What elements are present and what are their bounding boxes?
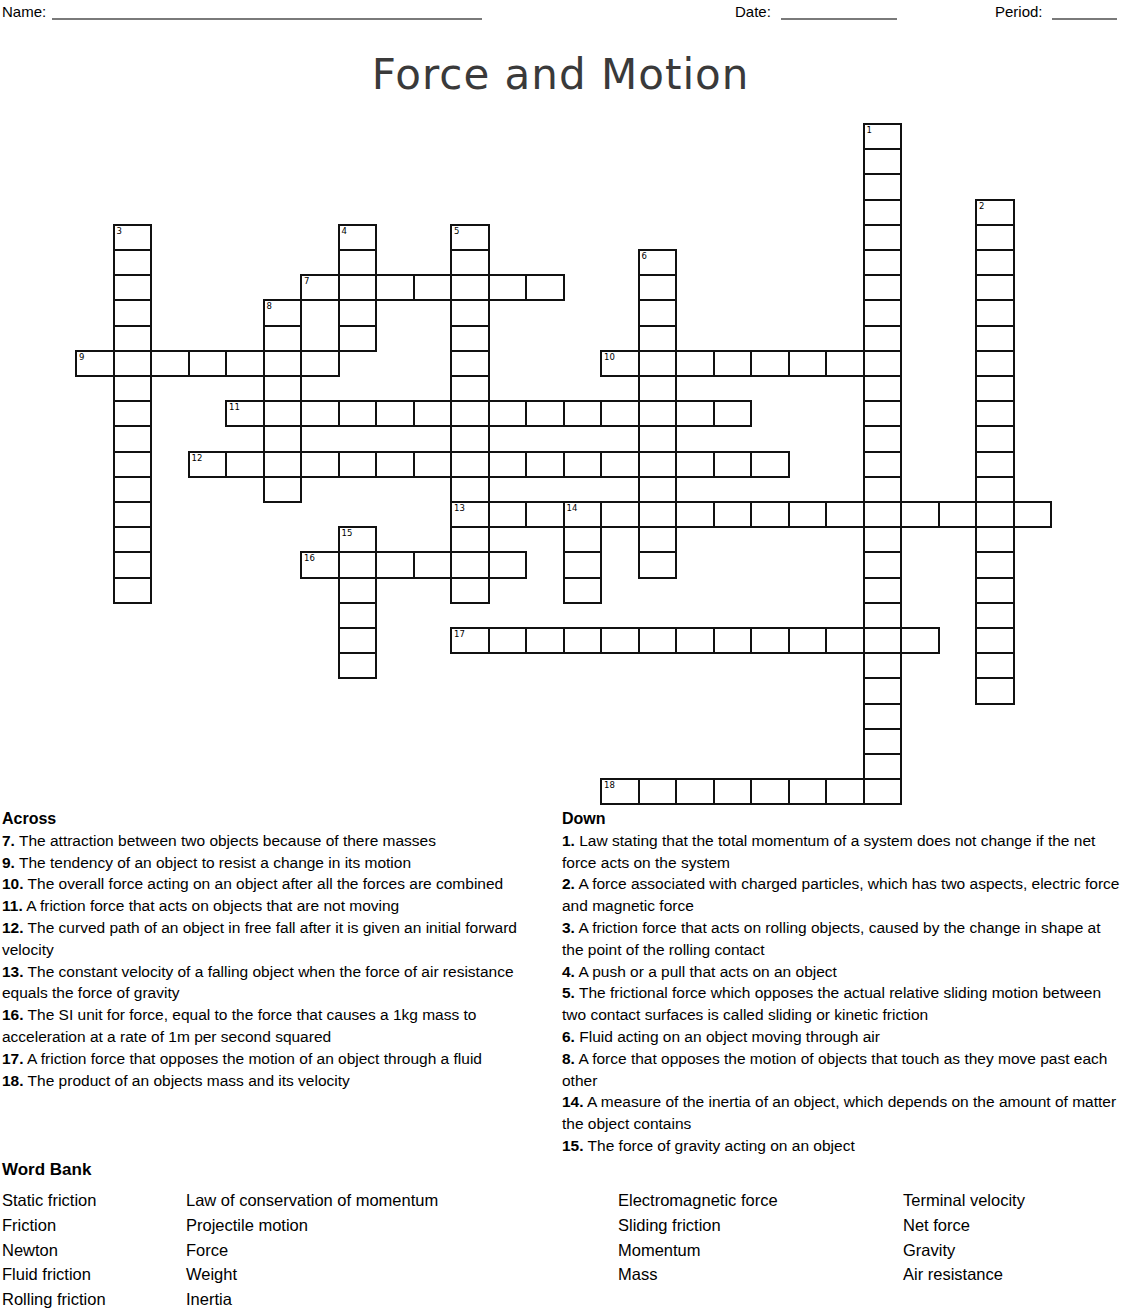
clue-across-11: 11. A friction force that acts on object… [2,895,558,917]
grid-cell[interactable] [488,400,528,427]
clue-across-10: 10. The overall force acting on an objec… [2,873,558,895]
grid-cell[interactable] [975,627,1015,654]
grid-cell[interactable] [375,451,415,478]
grid-cell[interactable] [563,627,603,654]
grid-cell[interactable] [975,425,1015,452]
grid-cell[interactable] [788,778,828,805]
grid-cell[interactable] [300,451,340,478]
grid-cell[interactable] [975,526,1015,553]
grid-cell[interactable] [413,274,453,301]
grid-cell[interactable] [863,778,903,805]
grid-cell[interactable] [600,627,640,654]
grid-cell[interactable] [750,778,790,805]
grid-cell[interactable] [863,753,903,780]
grid-cell[interactable] [638,501,678,528]
grid-cell[interactable] [450,274,490,301]
word-bank-item: Rolling friction [2,1287,106,1312]
grid-cell[interactable] [713,627,753,654]
grid-cell[interactable] [113,551,153,578]
word-bank-column-4: Terminal velocityNet forceGravityAir res… [903,1188,1025,1287]
grid-cell[interactable] [600,451,640,478]
grid-cell[interactable] [975,249,1015,276]
clue-number: 18 [604,781,615,790]
clue-number: 8. [562,1050,575,1067]
grid-cell[interactable] [338,249,378,276]
grid-cell[interactable] [413,400,453,427]
grid-cell[interactable] [113,501,153,528]
clue-number: 10 [604,353,615,362]
grid-cell[interactable] [113,451,153,478]
grid-cell[interactable]: 5 [450,224,490,251]
clue-number: 13. [2,963,24,980]
down-clue-list: 1. Law stating that the total momentum o… [562,830,1121,1157]
grid-cell[interactable] [638,400,678,427]
grid-cell[interactable] [825,778,865,805]
grid-cell[interactable] [638,325,678,352]
grid-cell[interactable] [638,476,678,503]
name-blank[interactable] [52,4,482,20]
grid-cell[interactable] [300,350,340,377]
grid-cell[interactable]: 3 [113,224,153,251]
grid-cell[interactable] [600,501,640,528]
grid-cell[interactable] [638,299,678,326]
grid-cell[interactable] [863,526,903,553]
grid-cell[interactable] [675,627,715,654]
clue-number: 9. [2,854,15,871]
clue-number: 15. [562,1137,584,1154]
grid-cell[interactable] [525,501,565,528]
grid-cell[interactable] [675,350,715,377]
grid-cell[interactable] [863,501,903,528]
grid-cell[interactable] [825,350,865,377]
grid-cell[interactable] [863,173,903,200]
word-bank-item: Fluid friction [2,1262,106,1287]
clue-number: 1. [562,832,575,849]
grid-cell[interactable] [975,602,1015,629]
grid-cell[interactable] [225,451,265,478]
clue-number: 16 [304,554,315,563]
grid-cell[interactable] [338,652,378,679]
clue-number: 14. [562,1093,584,1110]
grid-cell[interactable] [375,274,415,301]
grid-cell[interactable] [863,350,903,377]
clue-number: 10. [2,875,24,892]
grid-cell[interactable] [863,224,903,251]
clue-across-16: 16. The SI unit for force, equal to the … [2,1004,558,1048]
grid-cell[interactable] [900,501,940,528]
grid-cell[interactable] [675,400,715,427]
grid-cell[interactable]: 13 [450,501,490,528]
grid-cell[interactable] [975,224,1015,251]
grid-cell[interactable] [450,299,490,326]
grid-cell[interactable] [450,375,490,402]
clue-number: 7. [2,832,15,849]
grid-cell[interactable]: 12 [188,451,228,478]
grid-cell[interactable] [975,677,1015,704]
clue-number: 6. [562,1028,575,1045]
grid-cell[interactable]: 15 [338,526,378,553]
grid-cell[interactable] [975,501,1015,528]
word-bank-item: Terminal velocity [903,1188,1025,1213]
grid-cell[interactable]: 10 [600,350,640,377]
grid-cell[interactable] [525,451,565,478]
grid-cell[interactable] [113,299,153,326]
grid-cell[interactable] [713,400,753,427]
clue-number: 3. [562,919,575,936]
grid-cell[interactable] [225,350,265,377]
grid-cell[interactable] [113,476,153,503]
grid-cell[interactable] [450,425,490,452]
grid-cell[interactable] [338,451,378,478]
clue-down-2: 2. A force associated with charged parti… [562,873,1121,917]
word-bank-item: Inertia [186,1287,438,1312]
word-bank-item: Law of conservation of momentum [186,1188,438,1213]
clue-number: 15 [342,529,353,538]
word-bank-item: Newton [2,1238,106,1263]
grid-cell[interactable] [450,551,490,578]
date-label: Date: [735,3,771,20]
word-bank-item: Electromagnetic force [618,1188,778,1213]
period-blank[interactable] [1052,4,1117,20]
down-clues-section: Down 1. Law stating that the total momen… [562,808,1121,1157]
grid-cell[interactable] [863,577,903,604]
grid-cell[interactable] [713,350,753,377]
grid-cell[interactable] [750,501,790,528]
grid-cell[interactable] [263,325,303,352]
grid-cell[interactable] [863,677,903,704]
grid-cell[interactable] [263,375,303,402]
clue-number: 17. [2,1050,24,1067]
clue-number: 11. [2,897,23,914]
grid-cell[interactable] [113,526,153,553]
grid-cell[interactable] [975,400,1015,427]
grid-cell[interactable] [863,400,903,427]
grid-cell[interactable] [113,375,153,402]
grid-cell[interactable] [675,778,715,805]
grid-cell[interactable] [638,350,678,377]
grid-cell[interactable]: 7 [300,274,340,301]
name-label: Name: [2,3,46,20]
clue-number: 4. [562,963,575,980]
grid-cell[interactable] [113,577,153,604]
clue-number: 16. [2,1006,24,1023]
clue-down-5: 5. The frictional force which opposes th… [562,982,1121,1026]
grid-cell[interactable] [1013,501,1053,528]
clue-number: 8 [267,302,272,311]
grid-cell[interactable] [675,451,715,478]
grid-cell[interactable] [525,274,565,301]
grid-cell[interactable] [750,627,790,654]
grid-cell[interactable] [263,451,303,478]
word-bank-item: Sliding friction [618,1213,778,1238]
grid-cell[interactable] [525,627,565,654]
grid-cell[interactable] [638,274,678,301]
grid-cell[interactable] [263,476,303,503]
grid-cell[interactable] [488,274,528,301]
clue-number: 18. [2,1072,24,1089]
clue-number: 12. [2,919,24,936]
grid-cell[interactable] [188,350,228,377]
clue-number: 13 [454,504,465,513]
grid-cell[interactable] [600,400,640,427]
grid-cell[interactable] [338,274,378,301]
word-bank-column-2: Law of conservation of momentumProjectil… [186,1188,438,1312]
clue-number: 5. [562,984,575,1001]
grid-cell[interactable] [450,577,490,604]
grid-cell[interactable] [525,400,565,427]
page-title: Force and Motion [0,50,1121,99]
grid-cell[interactable] [338,577,378,604]
grid-cell[interactable] [975,551,1015,578]
grid-cell[interactable] [675,501,715,528]
across-heading: Across [2,808,558,830]
grid-cell[interactable] [338,551,378,578]
grid-cell[interactable] [900,627,940,654]
grid-cell[interactable] [488,551,528,578]
grid-cell[interactable] [863,249,903,276]
grid-cell[interactable] [563,526,603,553]
grid-cell[interactable] [713,501,753,528]
grid-cell[interactable] [638,551,678,578]
grid-cell[interactable] [638,778,678,805]
grid-cell[interactable] [863,451,903,478]
grid-cell[interactable] [450,451,490,478]
grid-cell[interactable] [450,350,490,377]
clue-down-1: 1. Law stating that the total momentum o… [562,830,1121,874]
clue-number: 14 [567,504,578,513]
clue-across-9: 9. The tendency of an object to resist a… [2,852,558,874]
grid-cell[interactable] [638,425,678,452]
word-bank-item: Force [186,1238,438,1263]
word-bank-item: Gravity [903,1238,1025,1263]
grid-cell[interactable] [863,602,903,629]
grid-cell[interactable] [263,400,303,427]
grid-cell[interactable] [113,325,153,352]
grid-cell[interactable] [975,350,1015,377]
grid-cell[interactable] [938,501,978,528]
grid-cell[interactable]: 2 [975,199,1015,226]
grid-cell[interactable] [863,476,903,503]
grid-cell[interactable] [488,627,528,654]
grid-cell[interactable] [975,476,1015,503]
grid-cell[interactable] [375,551,415,578]
clue-down-14: 14. A measure of the inertia of an objec… [562,1091,1121,1135]
grid-cell[interactable] [750,451,790,478]
grid-cell[interactable] [638,375,678,402]
grid-cell[interactable] [450,249,490,276]
grid-cell[interactable] [113,400,153,427]
clue-across-13: 13. The constant velocity of a falling o… [2,961,558,1005]
grid-cell[interactable] [638,627,678,654]
word-bank-item: Net force [903,1213,1025,1238]
grid-cell[interactable] [563,551,603,578]
grid-cell[interactable] [338,400,378,427]
clue-across-17: 17. A friction force that opposes the mo… [2,1048,558,1070]
word-bank-column-1: Static frictionFrictionNewtonFluid frict… [2,1188,106,1312]
grid-cell[interactable]: 14 [563,501,603,528]
word-bank-item: Friction [2,1213,106,1238]
grid-cell[interactable] [975,577,1015,604]
grid-cell[interactable] [713,451,753,478]
grid-cell[interactable] [788,350,828,377]
clue-number: 7 [304,277,309,286]
grid-cell[interactable] [863,728,903,755]
grid-cell[interactable] [113,274,153,301]
clue-number: 11 [229,403,240,412]
grid-cell[interactable] [488,451,528,478]
period-label: Period: [995,3,1043,20]
grid-cell[interactable]: 8 [263,299,303,326]
grid-cell[interactable] [863,299,903,326]
across-clues-section: Across 7. The attraction between two obj… [2,808,558,1091]
grid-cell[interactable] [150,350,190,377]
grid-cell[interactable] [413,451,453,478]
word-bank-item: Mass [618,1262,778,1287]
grid-cell[interactable] [638,451,678,478]
grid-cell[interactable] [788,627,828,654]
clue-down-6: 6. Fluid acting on an object moving thro… [562,1026,1121,1048]
clue-down-4: 4. A push or a pull that acts on an obje… [562,961,1121,983]
grid-cell[interactable] [450,325,490,352]
grid-cell[interactable] [863,274,903,301]
grid-cell[interactable] [113,425,153,452]
word-bank-item: Static friction [2,1188,106,1213]
grid-cell[interactable]: 18 [600,778,640,805]
grid-cell[interactable] [300,400,340,427]
grid-cell[interactable] [563,400,603,427]
grid-cell[interactable] [975,274,1015,301]
word-bank-item: Weight [186,1262,438,1287]
clue-number: 2 [979,202,984,211]
grid-cell[interactable] [413,551,453,578]
grid-cell[interactable] [863,551,903,578]
grid-cell[interactable]: 4 [338,224,378,251]
grid-cell[interactable] [263,425,303,452]
grid-cell[interactable] [563,577,603,604]
clue-number: 17 [454,630,465,639]
worksheet-page: Name: Date: Period: Force and Motion 791… [0,0,1121,1316]
grid-cell[interactable] [488,501,528,528]
grid-cell[interactable]: 6 [638,249,678,276]
word-bank-column-3: Electromagnetic forceSliding frictionMom… [618,1188,778,1287]
clue-down-3: 3. A friction force that acts on rolling… [562,917,1121,961]
clue-number: 4 [342,227,347,236]
clue-number: 6 [642,252,647,261]
grid-cell[interactable] [450,400,490,427]
grid-cell[interactable] [638,526,678,553]
grid-cell[interactable] [975,451,1015,478]
grid-cell[interactable] [563,451,603,478]
grid-cell[interactable] [450,476,490,503]
grid-cell[interactable] [975,325,1015,352]
word-bank-item: Air resistance [903,1262,1025,1287]
grid-cell[interactable]: 1 [863,123,903,150]
clue-across-18: 18. The product of an objects mass and i… [2,1070,558,1092]
down-heading: Down [562,808,1121,830]
grid-cell[interactable] [975,299,1015,326]
grid-cell[interactable]: 9 [75,350,115,377]
grid-cell[interactable] [263,350,303,377]
word-bank-heading: Word Bank [2,1160,91,1180]
across-clue-list: 7. The attraction between two objects be… [2,830,558,1092]
clue-number: 1 [867,126,872,135]
grid-cell[interactable] [450,526,490,553]
grid-cell[interactable] [825,501,865,528]
grid-cell[interactable] [338,325,378,352]
clue-number: 12 [192,454,203,463]
grid-cell[interactable] [863,325,903,352]
word-bank-item: Momentum [618,1238,778,1263]
clue-down-15: 15. The force of gravity acting on an ob… [562,1135,1121,1157]
grid-cell[interactable] [113,249,153,276]
grid-cell[interactable] [975,652,1015,679]
word-bank-item: Projectile motion [186,1213,438,1238]
clue-number: 9 [79,353,84,362]
grid-cell[interactable]: 11 [225,400,265,427]
grid-cell[interactable] [863,199,903,226]
clue-across-7: 7. The attraction between two objects be… [2,830,558,852]
clue-number: 2. [562,875,575,892]
grid-cell[interactable] [825,627,865,654]
grid-cell[interactable] [113,350,153,377]
grid-cell[interactable] [863,652,903,679]
grid-cell[interactable] [863,375,903,402]
clue-down-8: 8. A force that opposes the motion of ob… [562,1048,1121,1092]
grid-cell[interactable] [375,400,415,427]
grid-cell[interactable] [863,148,903,175]
grid-cell[interactable] [750,350,790,377]
grid-cell[interactable] [338,299,378,326]
grid-cell[interactable] [863,703,903,730]
grid-cell[interactable] [338,627,378,654]
date-blank[interactable] [781,4,897,20]
clue-number: 3 [117,227,122,236]
grid-cell[interactable] [713,778,753,805]
grid-cell[interactable] [863,425,903,452]
grid-cell[interactable] [788,501,828,528]
grid-cell[interactable] [863,627,903,654]
grid-cell[interactable]: 16 [300,551,340,578]
clue-number: 5 [454,227,459,236]
grid-cell[interactable]: 17 [450,627,490,654]
grid-cell[interactable] [975,375,1015,402]
clue-across-12: 12. The curved path of an object in free… [2,917,558,961]
grid-cell[interactable] [338,602,378,629]
